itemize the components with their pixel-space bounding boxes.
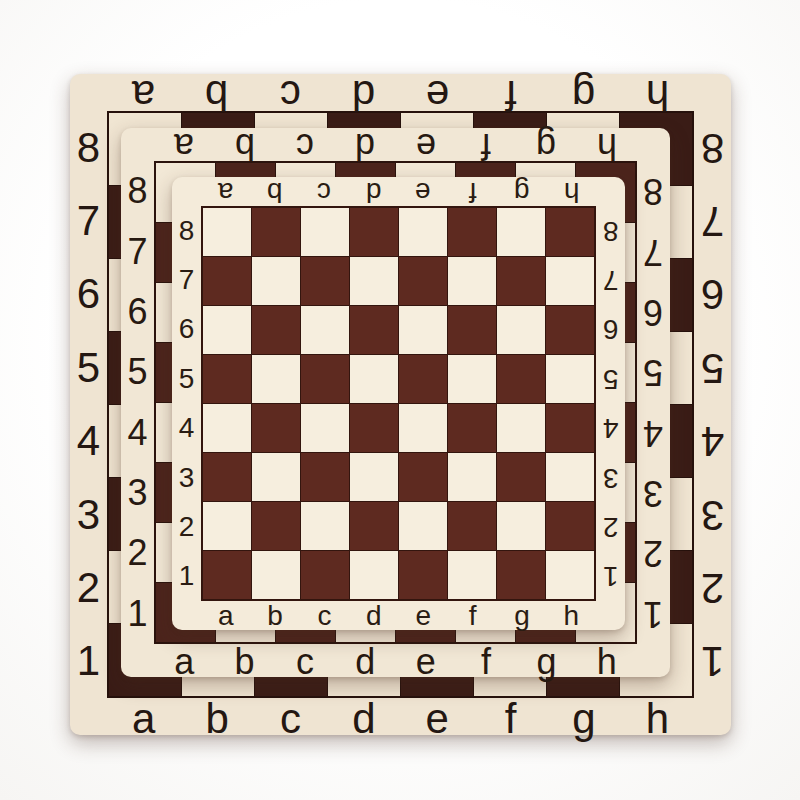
middle-file-top-b: b: [235, 128, 255, 164]
large-rank-right-7: 7: [701, 200, 724, 242]
small-square-c2: [301, 502, 349, 550]
middle-file-top-c: c: [296, 128, 314, 164]
large-file-bottom-c: c: [280, 698, 301, 740]
small-square-h4: [546, 404, 594, 452]
small-square-g7: [497, 257, 545, 305]
small-rank-left-8: 8: [179, 217, 195, 245]
large-rank-left-4: 4: [77, 420, 100, 462]
middle-rank-labels-right: 87654321: [637, 161, 670, 644]
small-rank-right-6: 6: [603, 315, 619, 343]
large-file-top-h: h: [646, 74, 669, 116]
small-square-d1: [350, 551, 398, 599]
small-square-f1: [448, 551, 496, 599]
large-rank-left-5: 5: [77, 347, 100, 389]
large-file-top-e: e: [426, 74, 449, 116]
large-file-top-f: f: [505, 74, 517, 116]
small-board-grid: [201, 206, 596, 601]
small-square-h2: [546, 502, 594, 550]
small-file-labels-top: abcdefgh: [201, 177, 596, 206]
middle-file-top-f: f: [481, 128, 491, 164]
large-rank-left-2: 2: [77, 567, 100, 609]
middle-rank-left-2: 2: [127, 535, 147, 571]
small-square-f8: [448, 208, 496, 256]
small-square-a7: [203, 257, 251, 305]
small-square-b4: [252, 404, 300, 452]
middle-file-bottom-b: b: [235, 644, 255, 680]
small-square-f5: [448, 355, 496, 403]
small-square-e7: [399, 257, 447, 305]
middle-rank-labels-left: 87654321: [121, 161, 154, 644]
small-file-top-g: g: [514, 178, 530, 206]
small-square-a5: [203, 355, 251, 403]
middle-rank-left-6: 6: [127, 294, 147, 330]
middle-rank-right-6: 6: [643, 294, 663, 330]
small-rank-right-3: 3: [603, 464, 619, 492]
small-square-d4: [350, 404, 398, 452]
small-rank-right-7: 7: [603, 266, 619, 294]
small-file-bottom-d: d: [366, 602, 382, 630]
small-rank-right-8: 8: [603, 217, 619, 245]
small-square-c5: [301, 355, 349, 403]
small-file-bottom-b: b: [267, 602, 283, 630]
small-square-c4: [301, 404, 349, 452]
small-square-h3: [546, 453, 594, 501]
middle-rank-right-7: 7: [643, 234, 663, 270]
middle-rank-right-1: 1: [643, 596, 663, 632]
small-file-top-e: e: [415, 178, 431, 206]
middle-rank-right-4: 4: [643, 415, 663, 451]
large-rank-labels-left: 87654321: [70, 111, 107, 698]
small-square-e8: [399, 208, 447, 256]
small-file-bottom-c: c: [317, 602, 331, 630]
small-square-d7: [350, 257, 398, 305]
small-square-f6: [448, 306, 496, 354]
large-file-labels-top: abcdefgh: [107, 74, 694, 111]
middle-rank-left-5: 5: [127, 354, 147, 390]
small-square-b7: [252, 257, 300, 305]
small-square-h5: [546, 355, 594, 403]
small-square-d2: [350, 502, 398, 550]
small-square-g6: [497, 306, 545, 354]
small-file-labels-bottom: abcdefgh: [201, 601, 596, 630]
large-rank-right-4: 4: [701, 420, 724, 462]
large-rank-left-6: 6: [77, 273, 100, 315]
middle-rank-left-8: 8: [127, 173, 147, 209]
small-square-e4: [399, 404, 447, 452]
small-square-c3: [301, 453, 349, 501]
middle-file-labels-bottom: abcdefgh: [154, 644, 637, 677]
large-file-labels-bottom: abcdefgh: [107, 698, 694, 735]
small-square-c1: [301, 551, 349, 599]
small-rank-left-3: 3: [179, 464, 195, 492]
small-square-a8: [203, 208, 251, 256]
large-file-bottom-e: e: [426, 698, 449, 740]
small-square-e5: [399, 355, 447, 403]
small-file-bottom-h: h: [564, 602, 580, 630]
small-square-c6: [301, 306, 349, 354]
middle-file-top-a: a: [174, 128, 194, 164]
small-square-f4: [448, 404, 496, 452]
middle-rank-right-5: 5: [643, 354, 663, 390]
large-file-top-a: a: [132, 74, 155, 116]
small-square-f3: [448, 453, 496, 501]
large-file-bottom-g: g: [572, 698, 595, 740]
small-rank-left-7: 7: [179, 266, 195, 294]
large-file-top-b: b: [205, 74, 228, 116]
middle-file-bottom-a: a: [174, 644, 194, 680]
small-rank-right-4: 4: [603, 414, 619, 442]
small-rank-left-5: 5: [179, 365, 195, 393]
middle-file-bottom-f: f: [481, 644, 491, 680]
large-file-bottom-a: a: [132, 698, 155, 740]
small-square-g4: [497, 404, 545, 452]
small-square-a4: [203, 404, 251, 452]
small-square-g3: [497, 453, 545, 501]
small-square-c8: [301, 208, 349, 256]
large-rank-left-1: 1: [77, 640, 100, 682]
middle-rank-left-1: 1: [127, 596, 147, 632]
middle-file-bottom-e: e: [416, 644, 436, 680]
small-file-top-a: a: [218, 178, 234, 206]
small-file-top-f: f: [469, 178, 477, 206]
middle-rank-left-7: 7: [127, 234, 147, 270]
middle-file-top-h: h: [597, 128, 617, 164]
small-file-top-b: b: [267, 178, 283, 206]
small-square-g5: [497, 355, 545, 403]
small-square-h8: [546, 208, 594, 256]
large-rank-left-8: 8: [77, 127, 100, 169]
middle-file-bottom-c: c: [296, 644, 314, 680]
small-square-b5: [252, 355, 300, 403]
large-rank-right-8: 8: [701, 127, 724, 169]
middle-file-bottom-d: d: [355, 644, 375, 680]
small-file-top-d: d: [366, 178, 382, 206]
large-rank-labels-right: 87654321: [694, 111, 731, 698]
small-file-top-c: c: [317, 178, 331, 206]
small-square-g2: [497, 502, 545, 550]
small-rank-right-5: 5: [603, 365, 619, 393]
small-square-e2: [399, 502, 447, 550]
small-rank-labels-left: 87654321: [172, 206, 201, 601]
small-square-f2: [448, 502, 496, 550]
small-file-bottom-g: g: [514, 602, 530, 630]
small-rank-left-2: 2: [179, 513, 195, 541]
large-file-bottom-b: b: [205, 698, 228, 740]
small-file-bottom-a: a: [218, 602, 234, 630]
photo-background: abcdefgh 87654321 87654321 abcdefgh abcd…: [0, 0, 800, 800]
small-square-a1: [203, 551, 251, 599]
small-square-b1: [252, 551, 300, 599]
small-rank-left-4: 4: [179, 414, 195, 442]
small-file-top-h: h: [564, 178, 580, 206]
small-square-d8: [350, 208, 398, 256]
small-square-b8: [252, 208, 300, 256]
large-file-top-d: d: [352, 74, 375, 116]
small-square-e6: [399, 306, 447, 354]
middle-rank-right-2: 2: [643, 535, 663, 571]
small-square-a2: [203, 502, 251, 550]
large-rank-right-1: 1: [701, 640, 724, 682]
large-rank-right-6: 6: [701, 273, 724, 315]
small-rank-right-2: 2: [603, 513, 619, 541]
small-square-h7: [546, 257, 594, 305]
small-rank-labels-right: 87654321: [596, 206, 625, 601]
small-square-e3: [399, 453, 447, 501]
small-square-c7: [301, 257, 349, 305]
small-rank-right-1: 1: [603, 562, 619, 590]
middle-file-bottom-h: h: [597, 644, 617, 680]
middle-rank-left-3: 3: [127, 475, 147, 511]
middle-rank-right-3: 3: [643, 475, 663, 511]
small-square-h1: [546, 551, 594, 599]
large-rank-right-3: 3: [701, 494, 724, 536]
small-square-e1: [399, 551, 447, 599]
small-square-b6: [252, 306, 300, 354]
middle-file-labels-top: abcdefgh: [154, 128, 637, 161]
small-rank-left-6: 6: [179, 315, 195, 343]
large-rank-left-7: 7: [77, 200, 100, 242]
large-file-bottom-f: f: [505, 698, 517, 740]
small-square-b3: [252, 453, 300, 501]
middle-rank-right-8: 8: [643, 173, 663, 209]
small-square-h6: [546, 306, 594, 354]
middle-file-bottom-g: g: [536, 644, 556, 680]
small-square-a3: [203, 453, 251, 501]
large-file-top-g: g: [572, 74, 595, 116]
small-rank-left-1: 1: [179, 562, 195, 590]
small-square-d6: [350, 306, 398, 354]
small-square-b2: [252, 502, 300, 550]
large-rank-right-5: 5: [701, 347, 724, 389]
small-file-bottom-f: f: [469, 602, 477, 630]
chessboard-mat-small: abcdefgh 87654321 87654321 abcdefgh: [172, 177, 625, 630]
middle-file-top-g: g: [536, 128, 556, 164]
small-square-f7: [448, 257, 496, 305]
middle-file-top-e: e: [416, 128, 436, 164]
middle-rank-left-4: 4: [127, 415, 147, 451]
small-square-d3: [350, 453, 398, 501]
small-square-g1: [497, 551, 545, 599]
large-rank-right-2: 2: [701, 567, 724, 609]
large-file-bottom-h: h: [646, 698, 669, 740]
small-square-g8: [497, 208, 545, 256]
large-file-top-c: c: [280, 74, 301, 116]
small-square-d5: [350, 355, 398, 403]
middle-file-top-d: d: [355, 128, 375, 164]
large-file-bottom-d: d: [352, 698, 375, 740]
small-square-a6: [203, 306, 251, 354]
large-rank-left-3: 3: [77, 494, 100, 536]
small-file-bottom-e: e: [415, 602, 431, 630]
